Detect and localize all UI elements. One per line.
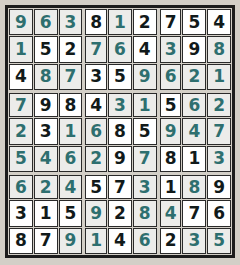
cell-r2c8[interactable]: 9	[182, 36, 206, 62]
cell-r9c9[interactable]: 5	[207, 228, 231, 254]
cell-r9c3[interactable]: 9	[59, 228, 83, 254]
cell-r9c1[interactable]: 8	[9, 228, 33, 254]
cell-r1c5[interactable]: 1	[108, 9, 132, 35]
cell-r6c7[interactable]: 8	[160, 146, 182, 172]
cell-r5c9[interactable]: 7	[207, 118, 231, 144]
cell-r9c6[interactable]: 6	[133, 228, 157, 254]
cell-r7c8[interactable]: 8	[182, 175, 206, 199]
cell-r9c4[interactable]: 1	[85, 228, 107, 254]
cell-r5c5[interactable]: 8	[108, 118, 132, 144]
cell-r5c1[interactable]: 2	[9, 118, 33, 144]
cell-r5c2[interactable]: 3	[34, 118, 58, 144]
cell-r3c3[interactable]: 7	[59, 64, 83, 90]
cell-r4c1[interactable]: 7	[9, 93, 33, 117]
cell-r8c5[interactable]: 2	[108, 200, 132, 226]
cell-r1c2[interactable]: 6	[34, 9, 58, 35]
cell-r7c7[interactable]: 1	[160, 175, 182, 199]
cell-r6c9[interactable]: 3	[207, 146, 231, 172]
cell-r8c4[interactable]: 9	[85, 200, 107, 226]
cell-r2c4[interactable]: 7	[85, 36, 107, 62]
cell-r1c4[interactable]: 8	[85, 9, 107, 35]
cell-r6c2[interactable]: 4	[34, 146, 58, 172]
cell-r2c1[interactable]: 1	[9, 36, 33, 62]
cell-r8c1[interactable]: 3	[9, 200, 33, 226]
cell-r4c6[interactable]: 1	[133, 93, 157, 117]
cell-r3c4[interactable]: 3	[85, 64, 107, 90]
cell-r3c6[interactable]: 9	[133, 64, 157, 90]
cell-r1c8[interactable]: 5	[182, 9, 206, 35]
cell-r2c5[interactable]: 6	[108, 36, 132, 62]
cell-r1c1[interactable]: 9	[9, 9, 33, 35]
cell-r4c3[interactable]: 8	[59, 93, 83, 117]
cell-r4c4[interactable]: 4	[85, 93, 107, 117]
cell-r7c4[interactable]: 5	[85, 175, 107, 199]
cell-r4c2[interactable]: 9	[34, 93, 58, 117]
cell-r9c2[interactable]: 7	[34, 228, 58, 254]
cell-r6c8[interactable]: 1	[182, 146, 206, 172]
cell-r4c5[interactable]: 3	[108, 93, 132, 117]
sudoku-board: 9638127541527643984873596217984315622316…	[5, 5, 235, 258]
cell-r8c2[interactable]: 1	[34, 200, 58, 226]
cell-r2c2[interactable]: 5	[34, 36, 58, 62]
cell-r1c9[interactable]: 4	[207, 9, 231, 35]
cell-r5c6[interactable]: 5	[133, 118, 157, 144]
cell-r1c7[interactable]: 7	[160, 9, 182, 35]
cell-r7c9[interactable]: 9	[207, 175, 231, 199]
cell-r6c5[interactable]: 9	[108, 146, 132, 172]
cell-r9c8[interactable]: 3	[182, 228, 206, 254]
cell-r4c8[interactable]: 6	[182, 93, 206, 117]
cell-r9c7[interactable]: 2	[160, 228, 182, 254]
cell-r6c1[interactable]: 5	[9, 146, 33, 172]
cell-r7c5[interactable]: 7	[108, 175, 132, 199]
cell-r9c5[interactable]: 4	[108, 228, 132, 254]
cell-r7c3[interactable]: 4	[59, 175, 83, 199]
cell-r4c7[interactable]: 5	[160, 93, 182, 117]
cell-r3c5[interactable]: 5	[108, 64, 132, 90]
cell-r4c9[interactable]: 2	[207, 93, 231, 117]
cell-r3c2[interactable]: 8	[34, 64, 58, 90]
cell-r8c7[interactable]: 4	[160, 200, 182, 226]
cell-r6c4[interactable]: 2	[85, 146, 107, 172]
cell-r2c7[interactable]: 3	[160, 36, 182, 62]
cell-r8c3[interactable]: 5	[59, 200, 83, 226]
cell-r5c4[interactable]: 6	[85, 118, 107, 144]
cell-r5c3[interactable]: 1	[59, 118, 83, 144]
cell-r7c6[interactable]: 3	[133, 175, 157, 199]
cell-r3c7[interactable]: 6	[160, 64, 182, 90]
cell-r6c3[interactable]: 6	[59, 146, 83, 172]
cell-r5c8[interactable]: 4	[182, 118, 206, 144]
cell-r2c3[interactable]: 2	[59, 36, 83, 62]
cell-r3c8[interactable]: 2	[182, 64, 206, 90]
cell-r2c9[interactable]: 8	[207, 36, 231, 62]
cell-r2c6[interactable]: 4	[133, 36, 157, 62]
cell-r3c9[interactable]: 1	[207, 64, 231, 90]
cell-r7c2[interactable]: 2	[34, 175, 58, 199]
cell-r8c8[interactable]: 7	[182, 200, 206, 226]
cell-r8c9[interactable]: 6	[207, 200, 231, 226]
cell-r1c3[interactable]: 3	[59, 9, 83, 35]
cell-r8c6[interactable]: 8	[133, 200, 157, 226]
cell-r7c1[interactable]: 6	[9, 175, 33, 199]
cell-r6c6[interactable]: 7	[133, 146, 157, 172]
cell-r5c7[interactable]: 9	[160, 118, 182, 144]
cell-r1c6[interactable]: 2	[133, 9, 157, 35]
cell-r3c1[interactable]: 4	[9, 64, 33, 90]
